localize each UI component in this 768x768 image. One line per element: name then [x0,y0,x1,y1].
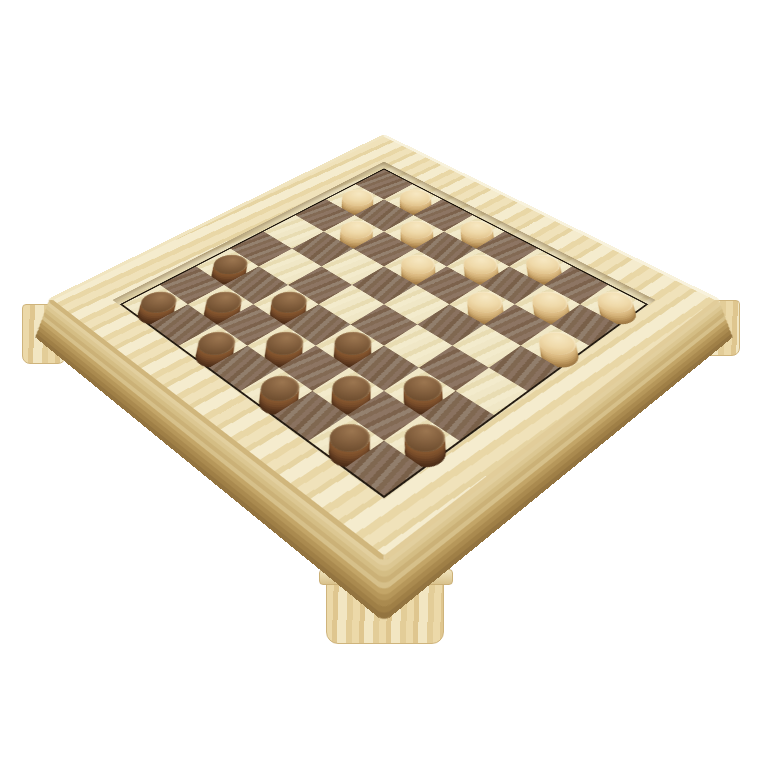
product-photo-scene [0,0,768,768]
board-surface [112,162,655,500]
board-foot-left [22,304,66,364]
board-grid [120,168,649,498]
wooden-frame [46,134,722,563]
wooden-tray [46,134,722,563]
board-foot-front [326,576,444,644]
